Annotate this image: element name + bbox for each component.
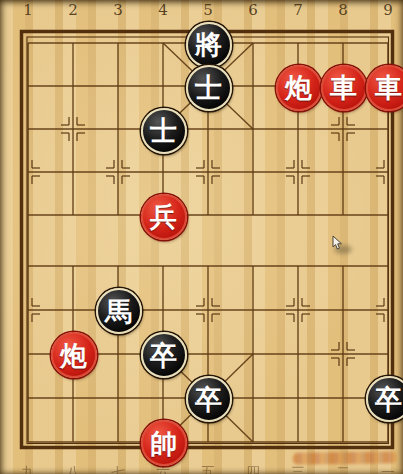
piece-glyph: 帥 xyxy=(150,430,177,457)
piece-glyph: 將 xyxy=(195,31,222,58)
piece-red-general[interactable]: 帥 xyxy=(141,420,187,466)
xiangqi-board-screenshot: 123456789 九八七六五四三二一 將士炮車車士兵馬炮卒卒卒帥 xyxy=(0,0,403,474)
piece-glyph: 士 xyxy=(195,74,222,101)
piece-glyph: 馬 xyxy=(105,298,132,325)
piece-red-chariot[interactable]: 車 xyxy=(366,65,403,111)
watermark-smudge xyxy=(293,451,397,464)
piece-glyph: 炮 xyxy=(285,74,312,101)
piece-black-general[interactable]: 將 xyxy=(186,22,232,68)
piece-glyph: 車 xyxy=(330,74,357,101)
piece-black-horse[interactable]: 馬 xyxy=(96,288,142,334)
piece-black-soldier[interactable]: 卒 xyxy=(366,376,403,422)
piece-glyph: 卒 xyxy=(150,342,177,369)
piece-glyph: 士 xyxy=(150,117,177,144)
piece-glyph: 炮 xyxy=(60,342,87,369)
piece-glyph: 卒 xyxy=(375,386,402,413)
piece-glyph: 兵 xyxy=(150,203,177,230)
piece-black-advisor[interactable]: 士 xyxy=(141,108,187,154)
piece-black-advisor[interactable]: 士 xyxy=(186,65,232,111)
piece-glyph: 車 xyxy=(375,74,402,101)
piece-red-soldier[interactable]: 兵 xyxy=(141,194,187,240)
piece-red-cannon[interactable]: 炮 xyxy=(51,332,97,378)
mouse-cursor-icon xyxy=(332,236,344,251)
piece-black-soldier[interactable]: 卒 xyxy=(141,332,187,378)
piece-red-cannon[interactable]: 炮 xyxy=(276,65,322,111)
piece-red-chariot[interactable]: 車 xyxy=(321,65,367,111)
piece-black-soldier[interactable]: 卒 xyxy=(186,376,232,422)
piece-glyph: 卒 xyxy=(195,386,222,413)
